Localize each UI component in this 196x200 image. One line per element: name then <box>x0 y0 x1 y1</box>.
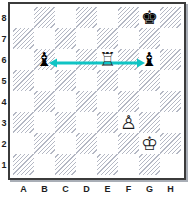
file-label-h: H <box>160 183 181 195</box>
rank-label-3: 3 <box>0 112 8 133</box>
file-label-g: G <box>139 183 160 195</box>
black-bishop-g6[interactable]: ♝ <box>139 49 160 70</box>
white-rook-e6[interactable]: ♖ <box>97 49 118 70</box>
chess-diagram: ♚♝♖♝♙♔ 87654321 ABCDEFGH <box>0 0 196 200</box>
file-label-a: A <box>13 183 34 195</box>
file-label-e: E <box>97 183 118 195</box>
file-label-f: F <box>118 183 139 195</box>
file-label-d: D <box>76 183 97 195</box>
board-inner: ♚♝♖♝♙♔ <box>13 7 181 175</box>
white-pawn-f3[interactable]: ♙ <box>118 112 139 133</box>
rank-label-1: 1 <box>0 154 8 175</box>
rank-label-4: 4 <box>0 91 8 112</box>
rank-label-6: 6 <box>0 49 8 70</box>
pieces-layer: ♚♝♖♝♙♔ <box>13 7 181 175</box>
chess-board: ♚♝♖♝♙♔ <box>8 2 186 180</box>
rank-label-5: 5 <box>0 70 8 91</box>
rank-label-2: 2 <box>0 133 8 154</box>
white-king-g2[interactable]: ♔ <box>139 133 160 154</box>
file-labels: ABCDEFGH <box>13 183 181 197</box>
black-king-g8[interactable]: ♚ <box>139 7 160 28</box>
rank-labels: 87654321 <box>0 7 8 175</box>
rank-label-7: 7 <box>0 28 8 49</box>
rank-label-8: 8 <box>0 7 8 28</box>
file-label-c: C <box>55 183 76 195</box>
black-bishop-b6[interactable]: ♝ <box>34 49 55 70</box>
file-label-b: B <box>34 183 55 195</box>
